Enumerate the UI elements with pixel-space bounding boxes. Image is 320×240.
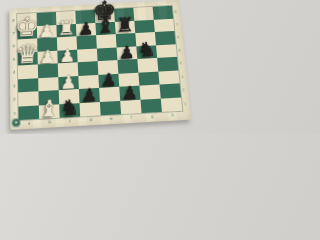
square-e7[interactable]: ♝ xyxy=(95,21,115,35)
square-g5[interactable]: ♞ xyxy=(136,45,157,59)
square-d7[interactable]: ♟ xyxy=(76,22,96,36)
square-g8[interactable] xyxy=(133,7,153,21)
square-f1[interactable] xyxy=(120,99,141,114)
square-b4[interactable] xyxy=(38,63,58,77)
square-d2[interactable]: ♟ xyxy=(79,88,100,103)
square-d5[interactable] xyxy=(77,48,98,62)
file-label-e: e xyxy=(110,117,113,121)
rank-label-left-2: 2 xyxy=(13,98,16,102)
square-c1[interactable]: ♞ xyxy=(59,103,80,118)
chess-board: ✦ ♚♚♟♜♟♝♜♛♟♟♟♞♟♟♟♟♝♞ abcdefgh 87654321 8… xyxy=(9,0,191,130)
file-label-f: f xyxy=(130,116,132,120)
square-h6[interactable] xyxy=(155,31,176,45)
board-border: ✦ ♚♚♟♜♟♝♜♛♟♟♟♞♟♟♟♟♝♞ abcdefgh 87654321 8… xyxy=(9,0,191,130)
square-g4[interactable] xyxy=(137,58,158,72)
square-c5[interactable]: ♟ xyxy=(57,49,77,63)
square-d6[interactable] xyxy=(76,35,96,49)
square-e1[interactable] xyxy=(100,100,121,115)
rank-label-right-5: 5 xyxy=(178,48,181,52)
square-b3[interactable] xyxy=(38,77,59,92)
rank-label-right-4: 4 xyxy=(179,61,182,65)
square-d1[interactable] xyxy=(80,102,101,117)
rank-label-right-6: 6 xyxy=(177,35,180,39)
square-b5[interactable]: ♟ xyxy=(37,50,57,64)
square-a1[interactable] xyxy=(18,105,39,120)
piece-black-knight-c1[interactable]: ♞ xyxy=(60,97,80,120)
square-g1[interactable] xyxy=(140,98,161,113)
square-a4[interactable] xyxy=(18,64,38,78)
square-a3[interactable] xyxy=(18,78,38,93)
rank-label-right-1: 1 xyxy=(183,102,186,106)
rank-label-right-7: 7 xyxy=(176,23,179,27)
square-h5[interactable] xyxy=(156,44,177,58)
square-h1[interactable] xyxy=(161,97,183,112)
square-g3[interactable] xyxy=(138,71,159,86)
square-a7[interactable]: ♚ xyxy=(17,26,37,40)
file-label-d: d xyxy=(89,118,92,122)
square-f5[interactable]: ♟ xyxy=(117,46,138,60)
rank-label-right-8: 8 xyxy=(174,10,177,14)
square-c7[interactable]: ♜ xyxy=(56,24,76,38)
square-h4[interactable] xyxy=(157,57,178,71)
file-label-h: h xyxy=(171,113,174,117)
square-f4[interactable] xyxy=(117,59,138,73)
rank-label-left-4: 4 xyxy=(13,71,16,75)
square-f2[interactable]: ♟ xyxy=(119,86,140,101)
emblem-star-icon: ✦ xyxy=(14,120,18,125)
square-h2[interactable] xyxy=(160,83,181,98)
square-g7[interactable] xyxy=(134,19,155,33)
rank-label-left-6: 6 xyxy=(13,44,16,48)
square-c3[interactable]: ♟ xyxy=(58,76,79,91)
square-d4[interactable] xyxy=(78,61,99,75)
rank-label-left-1: 1 xyxy=(13,111,16,115)
square-e3[interactable]: ♟ xyxy=(98,73,119,88)
rank-label-left-3: 3 xyxy=(13,84,16,88)
file-label-g: g xyxy=(151,114,154,118)
square-b1[interactable]: ♝ xyxy=(39,104,60,119)
square-h7[interactable] xyxy=(154,18,175,32)
file-label-a: a xyxy=(28,121,31,125)
photo-background: ✦ ♚♚♟♜♟♝♜♛♟♟♟♞♟♟♟♟♝♞ abcdefgh 87654321 8… xyxy=(0,0,200,134)
square-a5[interactable]: ♛ xyxy=(18,51,38,65)
square-a2[interactable] xyxy=(18,91,39,106)
piece-white-bishop-b1[interactable]: ♝ xyxy=(39,97,60,121)
square-e5[interactable] xyxy=(97,47,118,61)
square-g2[interactable] xyxy=(139,85,160,100)
square-e6[interactable] xyxy=(96,34,116,48)
square-h8[interactable] xyxy=(153,6,174,20)
square-e2[interactable] xyxy=(99,87,120,102)
rank-label-right-2: 2 xyxy=(182,88,185,92)
rank-label-right-3: 3 xyxy=(181,75,184,79)
square-h3[interactable] xyxy=(158,70,179,85)
square-b7[interactable]: ♟ xyxy=(37,25,57,39)
board-grid: ♚♚♟♜♟♝♜♛♟♟♟♞♟♟♟♟♝♞ xyxy=(17,6,182,120)
square-f7[interactable]: ♜ xyxy=(115,20,135,34)
